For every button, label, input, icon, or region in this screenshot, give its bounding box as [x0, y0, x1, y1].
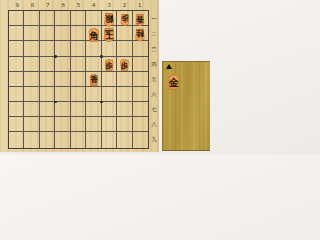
board-cell-7六[interactable] [40, 87, 55, 102]
board-cell-1九[interactable] [133, 132, 148, 147]
board-cell-1三[interactable] [133, 41, 148, 56]
file-label: 9 [12, 2, 22, 9]
board-cell-5六[interactable] [71, 87, 86, 102]
board-cell-3七[interactable] [102, 102, 117, 117]
board-cell-5四[interactable] [71, 57, 86, 72]
board-cell-6七[interactable] [55, 102, 70, 117]
board-cell-5九[interactable] [71, 132, 86, 147]
star-point [54, 101, 57, 104]
board-cell-7八[interactable] [40, 117, 55, 132]
board-cell-8六[interactable] [24, 87, 39, 102]
board-cell-6一[interactable] [55, 11, 70, 26]
file-label: 3 [104, 2, 114, 9]
board-cell-8八[interactable] [24, 117, 39, 132]
board-cell-1五[interactable] [133, 72, 148, 87]
board-cell-9四[interactable] [9, 57, 24, 72]
board-cell-8九[interactable] [24, 132, 39, 147]
hand-piece-gold[interactable]: 金 [167, 74, 181, 90]
board-cell-1七[interactable] [133, 102, 148, 117]
rank-label: 八 [150, 121, 159, 127]
board-cell-5三[interactable] [71, 41, 86, 56]
board-cell-7一[interactable] [40, 11, 55, 26]
board-cell-8三[interactable] [24, 41, 39, 56]
board-cell-1六[interactable] [133, 87, 148, 102]
rank-label: 九 [150, 136, 159, 142]
board-cell-4三[interactable] [86, 41, 101, 56]
board-cell-5一[interactable] [71, 11, 86, 26]
sente-triangle-icon [166, 64, 172, 69]
board-cell-4一[interactable] [86, 11, 101, 26]
board-cell-8四[interactable] [24, 57, 39, 72]
board-grid [8, 10, 149, 149]
file-label: 5 [74, 2, 84, 9]
board-cell-4七[interactable] [86, 102, 101, 117]
rank-label: 二 [150, 31, 159, 37]
komadai: 金 [162, 61, 211, 152]
board-cell-6八[interactable] [55, 117, 70, 132]
rank-label: 五 [150, 76, 159, 82]
board-cell-6四[interactable] [55, 57, 70, 72]
board-cell-5七[interactable] [71, 102, 86, 117]
board-cell-8七[interactable] [24, 102, 39, 117]
board-cell-2九[interactable] [117, 132, 132, 147]
board-cell-2三[interactable] [117, 41, 132, 56]
board-cell-2七[interactable] [117, 102, 132, 117]
file-label: 7 [43, 2, 53, 9]
board-cell-8五[interactable] [24, 72, 39, 87]
piece-kanji: 香 [136, 15, 144, 23]
star-point [54, 55, 57, 58]
board-cell-4九[interactable] [86, 132, 101, 147]
board-cell-3六[interactable] [102, 87, 117, 102]
board-cell-6九[interactable] [55, 132, 70, 147]
board-cell-6二[interactable] [55, 26, 70, 41]
piece-kanji: 桂 [136, 30, 144, 38]
board-cell-9九[interactable] [9, 132, 24, 147]
piece-kanji: 歩 [105, 62, 113, 70]
board-cell-2八[interactable] [117, 117, 132, 132]
file-label: 2 [120, 2, 130, 9]
board-cell-2六[interactable] [117, 87, 132, 102]
board-cell-4八[interactable] [86, 117, 101, 132]
board-cell-7五[interactable] [40, 72, 55, 87]
board-cell-9一[interactable] [9, 11, 24, 26]
board-cell-9二[interactable] [9, 26, 24, 41]
star-point [100, 101, 103, 104]
shogi-board: 987654321 一二三四五六七八九 銀歩香角玉桂歩歩香 [0, 0, 159, 152]
piece-kanji: 香 [90, 77, 98, 85]
board-cell-6五[interactable] [55, 72, 70, 87]
board-cell-1四[interactable] [133, 57, 148, 72]
board-cell-4四[interactable] [86, 57, 101, 72]
file-label: 1 [135, 2, 145, 9]
rank-label: 七 [150, 106, 159, 112]
board-cell-3八[interactable] [102, 117, 117, 132]
board-cell-3五[interactable] [102, 72, 117, 87]
board-cell-7四[interactable] [40, 57, 55, 72]
board-cell-2二[interactable] [117, 26, 132, 41]
rank-label: 一 [150, 16, 159, 22]
board-cell-3三[interactable] [102, 41, 117, 56]
board-cell-7九[interactable] [40, 132, 55, 147]
piece-kanji: 金 [169, 78, 179, 88]
board-cell-1八[interactable] [133, 117, 148, 132]
board-cell-5五[interactable] [71, 72, 86, 87]
file-label: 4 [89, 2, 99, 9]
piece-kanji: 銀 [105, 14, 114, 23]
board-cell-3九[interactable] [102, 132, 117, 147]
board-cell-5八[interactable] [71, 117, 86, 132]
board-cell-9三[interactable] [9, 41, 24, 56]
board-cell-8二[interactable] [24, 26, 39, 41]
board-cell-9七[interactable] [9, 102, 24, 117]
file-label: 8 [28, 2, 38, 9]
piece-kanji: 角 [89, 31, 98, 40]
piece-kanji: 歩 [121, 62, 129, 70]
piece-kanji: 歩 [121, 15, 129, 23]
board-cell-8一[interactable] [24, 11, 39, 26]
board-cell-5二[interactable] [71, 26, 86, 41]
file-label: 6 [58, 2, 68, 9]
star-point [100, 55, 103, 58]
board-cell-9八[interactable] [9, 117, 24, 132]
board-cell-7三[interactable] [40, 41, 55, 56]
board-cell-7二[interactable] [40, 26, 55, 41]
rank-label: 四 [150, 61, 159, 67]
board-cell-6六[interactable] [55, 87, 70, 102]
board-cell-2五[interactable] [117, 72, 132, 87]
board-cell-7七[interactable] [40, 102, 55, 117]
board-cell-4六[interactable] [86, 87, 101, 102]
rank-label: 三 [150, 46, 159, 52]
board-cell-6三[interactable] [55, 41, 70, 56]
board-cell-9五[interactable] [9, 72, 24, 87]
piece-kanji: 玉 [104, 29, 114, 39]
shogi-diagram: 987654321 一二三四五六七八九 銀歩香角玉桂歩歩香 金 [0, 0, 210, 155]
rank-label: 六 [150, 91, 159, 97]
board-cell-9六[interactable] [9, 87, 24, 102]
